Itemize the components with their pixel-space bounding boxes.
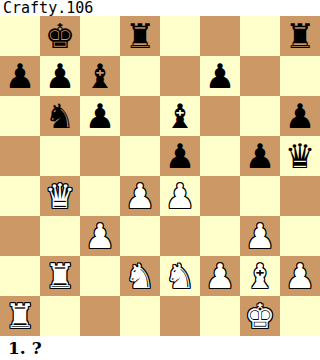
square-c1[interactable] [80,296,120,336]
square-d3[interactable] [120,216,160,256]
square-c6[interactable]: ♟ [80,96,120,136]
square-e3[interactable] [160,216,200,256]
square-e8[interactable] [160,16,200,56]
square-a1[interactable]: ♜ [0,296,40,336]
square-a7[interactable]: ♟ [0,56,40,96]
piece-black-pawn[interactable]: ♟ [280,96,320,136]
square-e5[interactable]: ♟ [160,136,200,176]
square-b2[interactable]: ♜ [40,256,80,296]
piece-black-pawn[interactable]: ♟ [160,136,200,176]
square-f1[interactable] [200,296,240,336]
square-d8[interactable]: ♜ [120,16,160,56]
square-c7[interactable]: ♝ [80,56,120,96]
square-c4[interactable] [80,176,120,216]
square-h5[interactable]: ♛ [280,136,320,176]
square-g3[interactable]: ♟ [240,216,280,256]
piece-white-bishop[interactable]: ♝ [240,256,280,296]
move-prompt: 1. ? [8,337,42,360]
square-b7[interactable]: ♟ [40,56,80,96]
square-a2[interactable] [0,256,40,296]
square-a8[interactable] [0,16,40,56]
piece-white-knight[interactable]: ♞ [160,256,200,296]
piece-white-queen[interactable]: ♛ [40,176,80,216]
square-b4[interactable]: ♛ [40,176,80,216]
square-g2[interactable]: ♝ [240,256,280,296]
piece-white-pawn[interactable]: ♟ [280,256,320,296]
piece-black-bishop[interactable]: ♝ [160,96,200,136]
square-a4[interactable] [0,176,40,216]
square-b3[interactable] [40,216,80,256]
piece-black-king[interactable]: ♚ [40,16,80,56]
square-f8[interactable] [200,16,240,56]
square-g6[interactable] [240,96,280,136]
square-h7[interactable] [280,56,320,96]
piece-black-pawn[interactable]: ♟ [40,56,80,96]
piece-white-knight[interactable]: ♞ [120,256,160,296]
piece-black-bishop[interactable]: ♝ [80,56,120,96]
piece-white-pawn[interactable]: ♟ [80,216,120,256]
square-e4[interactable]: ♟ [160,176,200,216]
piece-white-pawn[interactable]: ♟ [240,216,280,256]
square-f3[interactable] [200,216,240,256]
square-f2[interactable]: ♟ [200,256,240,296]
square-f5[interactable] [200,136,240,176]
square-c3[interactable]: ♟ [80,216,120,256]
square-f4[interactable] [200,176,240,216]
piece-black-pawn[interactable]: ♟ [80,96,120,136]
piece-white-rook[interactable]: ♜ [40,256,80,296]
piece-black-rook[interactable]: ♜ [120,16,160,56]
square-f7[interactable]: ♟ [200,56,240,96]
square-g8[interactable] [240,16,280,56]
square-g7[interactable] [240,56,280,96]
square-g5[interactable]: ♟ [240,136,280,176]
square-f6[interactable] [200,96,240,136]
square-d6[interactable] [120,96,160,136]
square-h3[interactable] [280,216,320,256]
chess-window: Crafty.106 ♚♜♜♟♟♝♟♞♟♝♟♟♟♛♛♟♟♟♟♜♞♞♟♝♟♜♚ 1… [0,0,320,360]
square-h4[interactable] [280,176,320,216]
square-b8[interactable]: ♚ [40,16,80,56]
square-e7[interactable] [160,56,200,96]
square-a3[interactable] [0,216,40,256]
square-e2[interactable]: ♞ [160,256,200,296]
piece-black-knight[interactable]: ♞ [40,96,80,136]
piece-white-pawn[interactable]: ♟ [160,176,200,216]
square-b5[interactable] [40,136,80,176]
square-d5[interactable] [120,136,160,176]
piece-white-pawn[interactable]: ♟ [200,256,240,296]
piece-black-pawn[interactable]: ♟ [0,56,40,96]
chess-board: ♚♜♜♟♟♝♟♞♟♝♟♟♟♛♛♟♟♟♟♜♞♞♟♝♟♜♚ [0,16,320,336]
square-a5[interactable] [0,136,40,176]
square-h8[interactable]: ♜ [280,16,320,56]
piece-white-rook[interactable]: ♜ [0,296,40,336]
square-b1[interactable] [40,296,80,336]
square-c5[interactable] [80,136,120,176]
piece-black-queen[interactable]: ♛ [280,136,320,176]
window-title: Crafty.106 [3,0,93,16]
square-d1[interactable] [120,296,160,336]
square-h1[interactable] [280,296,320,336]
piece-white-king[interactable]: ♚ [240,296,280,336]
piece-black-rook[interactable]: ♜ [280,16,320,56]
square-d7[interactable] [120,56,160,96]
square-h2[interactable]: ♟ [280,256,320,296]
square-e1[interactable] [160,296,200,336]
piece-black-pawn[interactable]: ♟ [240,136,280,176]
piece-white-pawn[interactable]: ♟ [120,176,160,216]
square-d2[interactable]: ♞ [120,256,160,296]
square-e6[interactable]: ♝ [160,96,200,136]
square-c2[interactable] [80,256,120,296]
square-h6[interactable]: ♟ [280,96,320,136]
square-d4[interactable]: ♟ [120,176,160,216]
square-a6[interactable] [0,96,40,136]
piece-black-pawn[interactable]: ♟ [200,56,240,96]
square-c8[interactable] [80,16,120,56]
square-g1[interactable]: ♚ [240,296,280,336]
square-b6[interactable]: ♞ [40,96,80,136]
square-g4[interactable] [240,176,280,216]
